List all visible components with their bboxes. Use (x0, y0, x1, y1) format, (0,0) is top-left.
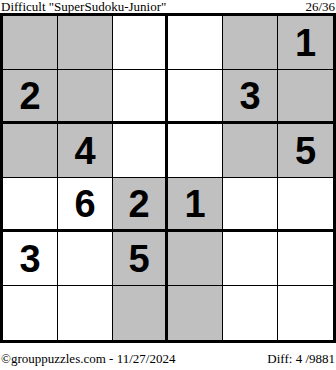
puzzle-header: Difficult "SuperSudoku-Junior" 26/36 (0, 0, 336, 13)
cell-r1c5[interactable] (223, 16, 278, 70)
cell-r1c4[interactable] (168, 16, 223, 70)
cell-r1c1[interactable] (3, 16, 58, 70)
cell-r2c6[interactable] (278, 70, 333, 124)
cell-r2c3[interactable] (113, 70, 168, 124)
cells-remaining-counter: 26/36 (305, 0, 336, 13)
copyright-date: ©grouppuzzles.com - 11/27/2024 (0, 351, 175, 366)
cell-r5c6[interactable] (278, 232, 333, 286)
cell-r3c3[interactable] (113, 124, 168, 178)
cell-r4c2: 6 (58, 178, 113, 232)
cell-r6c5[interactable] (223, 286, 278, 340)
cell-r3c4[interactable] (168, 124, 223, 178)
puzzle-page: Difficult "SuperSudoku-Junior" 26/36 123… (0, 0, 336, 366)
cell-r6c4[interactable] (168, 286, 223, 340)
cell-r4c6[interactable] (278, 178, 333, 232)
cell-r4c4: 1 (168, 178, 223, 232)
cell-r6c3[interactable] (113, 286, 168, 340)
cell-r4c3: 2 (113, 178, 168, 232)
cell-r5c2[interactable] (58, 232, 113, 286)
cell-r5c3: 5 (113, 232, 168, 286)
puzzle-title: Difficult "SuperSudoku-Junior" (0, 0, 166, 13)
sudoku-board: 1234562135 (0, 13, 336, 343)
cell-r2c5: 3 (223, 70, 278, 124)
cell-r2c4[interactable] (168, 70, 223, 124)
cell-r1c2[interactable] (58, 16, 113, 70)
cell-r3c2: 4 (58, 124, 113, 178)
cell-r3c5[interactable] (223, 124, 278, 178)
cell-r1c3[interactable] (113, 16, 168, 70)
cell-r1c6: 1 (278, 16, 333, 70)
cell-r3c6: 5 (278, 124, 333, 178)
cell-r5c5[interactable] (223, 232, 278, 286)
cell-r5c1: 3 (3, 232, 58, 286)
cell-r6c2[interactable] (58, 286, 113, 340)
cell-r4c5[interactable] (223, 178, 278, 232)
cell-r2c1: 2 (3, 70, 58, 124)
cell-r6c1[interactable] (3, 286, 58, 340)
cell-r4c1[interactable] (3, 178, 58, 232)
cell-r3c1[interactable] (3, 124, 58, 178)
cell-r6c6[interactable] (278, 286, 333, 340)
cell-r5c4[interactable] (168, 232, 223, 286)
cell-r2c2[interactable] (58, 70, 113, 124)
difficulty-id: Diff: 4 /9881 (267, 351, 336, 366)
puzzle-footer: ©grouppuzzles.com - 11/27/2024 Diff: 4 /… (0, 351, 336, 366)
